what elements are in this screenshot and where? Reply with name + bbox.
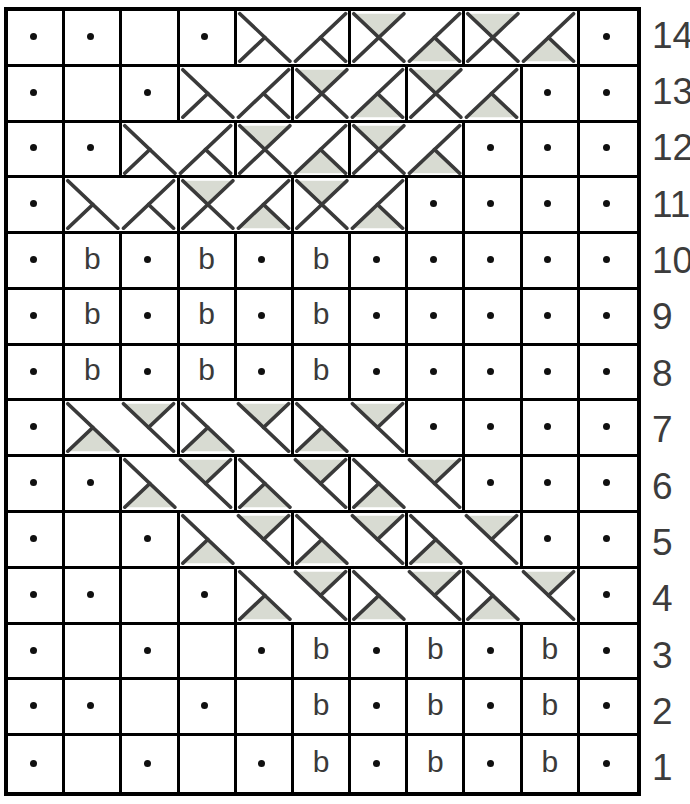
dot-symbol bbox=[180, 680, 237, 736]
dot-icon bbox=[603, 647, 610, 654]
dot-symbol bbox=[408, 401, 465, 457]
dot-icon bbox=[87, 33, 94, 40]
dot-icon bbox=[487, 423, 494, 430]
dot-symbol bbox=[465, 346, 522, 402]
dot-icon bbox=[144, 535, 151, 542]
dot-icon bbox=[30, 479, 37, 486]
dot-icon bbox=[603, 702, 610, 709]
dot-icon bbox=[430, 312, 437, 319]
dot-icon bbox=[30, 33, 37, 40]
cable-cross-symbol-as bbox=[294, 178, 408, 234]
dot-symbol bbox=[580, 234, 637, 290]
dot-symbol bbox=[580, 178, 637, 234]
cable-cross-icon bbox=[65, 401, 176, 454]
b-glyph: b bbox=[313, 690, 330, 720]
cable-cross-icon bbox=[465, 11, 576, 64]
dot-symbol bbox=[65, 680, 122, 736]
dot-icon bbox=[87, 591, 94, 598]
b-symbol: b bbox=[408, 625, 465, 681]
dot-symbol bbox=[8, 123, 65, 179]
dot-icon bbox=[544, 200, 551, 207]
cable-cross-icon bbox=[351, 123, 462, 176]
dot-symbol bbox=[408, 234, 465, 290]
dot-symbol bbox=[8, 67, 65, 123]
b-glyph: b bbox=[313, 244, 330, 274]
empty-cell bbox=[65, 736, 122, 792]
dot-icon bbox=[373, 760, 380, 767]
dot-icon bbox=[144, 760, 151, 767]
cable-cross-symbol-a bbox=[237, 11, 351, 67]
dot-symbol bbox=[351, 625, 408, 681]
dot-symbol bbox=[8, 234, 65, 290]
dot-icon bbox=[487, 479, 494, 486]
dot-icon bbox=[87, 702, 94, 709]
dot-icon bbox=[487, 647, 494, 654]
dot-icon bbox=[144, 368, 151, 375]
dot-icon bbox=[603, 423, 610, 430]
dot-symbol bbox=[580, 346, 637, 402]
dot-symbol bbox=[465, 234, 522, 290]
dot-symbol bbox=[351, 346, 408, 402]
b-symbol: b bbox=[294, 625, 351, 681]
b-glyph: b bbox=[198, 355, 215, 385]
row-number-label: 10 bbox=[652, 232, 690, 288]
dot-symbol bbox=[8, 457, 65, 513]
dot-symbol bbox=[237, 234, 294, 290]
dot-symbol bbox=[523, 123, 580, 179]
dot-symbol bbox=[523, 178, 580, 234]
dot-symbol bbox=[8, 680, 65, 736]
cable-cross-symbol-bs bbox=[351, 457, 465, 513]
dot-icon bbox=[430, 256, 437, 263]
cable-cross-symbol-bs bbox=[65, 401, 179, 457]
dot-icon bbox=[30, 200, 37, 207]
b-symbol: b bbox=[294, 234, 351, 290]
row-number-label: 3 bbox=[652, 627, 690, 683]
dot-symbol bbox=[8, 736, 65, 792]
dot-icon bbox=[487, 200, 494, 207]
dot-symbol bbox=[8, 513, 65, 569]
dot-icon bbox=[544, 256, 551, 263]
b-symbol: b bbox=[180, 290, 237, 346]
b-symbol: b bbox=[180, 234, 237, 290]
row-number-label: 13 bbox=[652, 63, 690, 119]
b-glyph: b bbox=[313, 747, 330, 777]
dot-symbol bbox=[523, 401, 580, 457]
b-symbol: b bbox=[65, 290, 122, 346]
dot-symbol bbox=[8, 569, 65, 625]
row-number-column: 1413121110987654321 bbox=[652, 7, 690, 796]
dot-symbol bbox=[351, 680, 408, 736]
cable-cross-icon bbox=[180, 513, 291, 566]
cable-cross-icon bbox=[122, 457, 233, 510]
dot-symbol bbox=[580, 736, 637, 792]
dot-icon bbox=[430, 200, 437, 207]
b-glyph: b bbox=[427, 690, 444, 720]
cable-cross-icon bbox=[294, 178, 405, 231]
dot-icon bbox=[201, 33, 208, 40]
dot-symbol bbox=[465, 123, 522, 179]
dot-icon bbox=[487, 368, 494, 375]
b-symbol: b bbox=[408, 736, 465, 792]
cable-cross-icon bbox=[351, 569, 462, 622]
dot-icon bbox=[603, 256, 610, 263]
dot-icon bbox=[258, 312, 265, 319]
cable-cross-symbol-a bbox=[122, 123, 236, 179]
dot-symbol bbox=[122, 625, 179, 681]
dot-symbol bbox=[122, 736, 179, 792]
cable-cross-icon bbox=[408, 513, 519, 566]
dot-icon bbox=[30, 368, 37, 375]
dot-icon bbox=[144, 312, 151, 319]
b-symbol: b bbox=[180, 346, 237, 402]
empty-cell bbox=[65, 625, 122, 681]
cable-cross-symbol-as bbox=[408, 67, 522, 123]
dot-symbol bbox=[580, 123, 637, 179]
dot-icon bbox=[603, 479, 610, 486]
b-glyph: b bbox=[198, 244, 215, 274]
dot-icon bbox=[487, 144, 494, 151]
dot-icon bbox=[373, 312, 380, 319]
row-number-label: 1 bbox=[652, 740, 690, 796]
dot-icon bbox=[30, 647, 37, 654]
cable-cross-symbol-bs bbox=[465, 569, 579, 625]
cable-cross-symbol-a bbox=[180, 67, 294, 123]
empty-cell bbox=[180, 736, 237, 792]
cable-cross-icon bbox=[294, 67, 405, 120]
dot-symbol bbox=[237, 290, 294, 346]
dot-symbol bbox=[122, 290, 179, 346]
dot-icon bbox=[373, 702, 380, 709]
b-glyph: b bbox=[313, 299, 330, 329]
cable-cross-symbol-as bbox=[465, 11, 579, 67]
dot-icon bbox=[30, 423, 37, 430]
cable-cross-symbol-as bbox=[180, 178, 294, 234]
dot-icon bbox=[487, 702, 494, 709]
row-number-label: 11 bbox=[652, 176, 690, 232]
dot-symbol bbox=[65, 11, 122, 67]
cable-cross-icon bbox=[351, 457, 462, 510]
empty-cell bbox=[122, 11, 179, 67]
dot-symbol bbox=[523, 346, 580, 402]
b-symbol: b bbox=[523, 625, 580, 681]
b-glyph: b bbox=[427, 634, 444, 664]
dot-icon bbox=[144, 89, 151, 96]
dot-icon bbox=[144, 647, 151, 654]
empty-cell bbox=[122, 680, 179, 736]
cable-cross-symbol-as bbox=[351, 11, 465, 67]
dot-symbol bbox=[237, 736, 294, 792]
dot-symbol bbox=[465, 457, 522, 513]
cable-cross-symbol-bs bbox=[180, 401, 294, 457]
dot-symbol bbox=[523, 234, 580, 290]
row-number-label: 6 bbox=[652, 458, 690, 514]
dot-icon bbox=[544, 535, 551, 542]
dot-icon bbox=[30, 591, 37, 598]
dot-symbol bbox=[465, 680, 522, 736]
empty-cell bbox=[180, 625, 237, 681]
cable-cross-icon bbox=[465, 569, 576, 622]
dot-symbol bbox=[465, 736, 522, 792]
cable-cross-symbol-bs bbox=[237, 457, 351, 513]
dot-symbol bbox=[580, 680, 637, 736]
cable-cross-icon bbox=[237, 11, 348, 64]
dot-symbol bbox=[580, 569, 637, 625]
b-symbol: b bbox=[408, 680, 465, 736]
dot-icon bbox=[487, 760, 494, 767]
dot-icon bbox=[30, 256, 37, 263]
dot-symbol bbox=[351, 234, 408, 290]
dot-symbol bbox=[465, 401, 522, 457]
dot-symbol bbox=[8, 625, 65, 681]
row-number-label: 8 bbox=[652, 345, 690, 401]
cable-cross-symbol-bs bbox=[122, 457, 236, 513]
dot-symbol bbox=[523, 290, 580, 346]
dot-symbol bbox=[8, 290, 65, 346]
cable-cross-symbol-bs bbox=[294, 401, 408, 457]
dot-symbol bbox=[8, 11, 65, 67]
knitting-chart: bbbbbbbbbbbbbbbbbb 1413121110987654321 bbox=[0, 0, 690, 804]
b-symbol: b bbox=[294, 736, 351, 792]
b-glyph: b bbox=[84, 299, 101, 329]
dot-icon bbox=[373, 647, 380, 654]
dot-icon bbox=[544, 312, 551, 319]
b-symbol: b bbox=[294, 346, 351, 402]
dot-symbol bbox=[122, 234, 179, 290]
cable-cross-icon bbox=[237, 123, 348, 176]
b-glyph: b bbox=[313, 634, 330, 664]
dot-symbol bbox=[65, 123, 122, 179]
cable-cross-icon bbox=[122, 123, 233, 176]
row-number-label: 2 bbox=[652, 683, 690, 739]
dot-icon bbox=[603, 89, 610, 96]
dot-symbol bbox=[465, 625, 522, 681]
cable-cross-icon bbox=[65, 178, 176, 231]
dot-icon bbox=[30, 760, 37, 767]
b-glyph: b bbox=[427, 747, 444, 777]
dot-icon bbox=[544, 89, 551, 96]
dot-icon bbox=[487, 312, 494, 319]
b-glyph: b bbox=[84, 244, 101, 274]
dot-symbol bbox=[465, 290, 522, 346]
dot-symbol bbox=[8, 346, 65, 402]
dot-symbol bbox=[351, 290, 408, 346]
dot-icon bbox=[144, 256, 151, 263]
dot-icon bbox=[258, 256, 265, 263]
dot-symbol bbox=[122, 346, 179, 402]
dot-symbol bbox=[351, 736, 408, 792]
cable-cross-symbol-as bbox=[237, 123, 351, 179]
b-symbol: b bbox=[65, 346, 122, 402]
dot-icon bbox=[87, 479, 94, 486]
dot-icon bbox=[603, 312, 610, 319]
dot-icon bbox=[30, 89, 37, 96]
dot-symbol bbox=[523, 457, 580, 513]
dot-icon bbox=[603, 535, 610, 542]
dot-icon bbox=[603, 200, 610, 207]
row-number-label: 14 bbox=[652, 7, 690, 63]
dot-symbol bbox=[408, 346, 465, 402]
dot-icon bbox=[430, 423, 437, 430]
dot-icon bbox=[603, 144, 610, 151]
dot-symbol bbox=[8, 178, 65, 234]
empty-cell bbox=[65, 513, 122, 569]
dot-icon bbox=[258, 760, 265, 767]
b-symbol: b bbox=[65, 234, 122, 290]
dot-icon bbox=[30, 312, 37, 319]
cable-cross-icon bbox=[237, 569, 348, 622]
dot-icon bbox=[603, 33, 610, 40]
dot-symbol bbox=[408, 290, 465, 346]
dot-symbol bbox=[8, 401, 65, 457]
dot-symbol bbox=[122, 513, 179, 569]
cable-cross-icon bbox=[408, 67, 519, 120]
dot-icon bbox=[201, 591, 208, 598]
dot-symbol bbox=[580, 625, 637, 681]
cable-cross-symbol-bs bbox=[180, 513, 294, 569]
dot-symbol bbox=[65, 569, 122, 625]
dot-symbol bbox=[580, 401, 637, 457]
dot-icon bbox=[30, 535, 37, 542]
cable-cross-symbol-as bbox=[351, 123, 465, 179]
dot-icon bbox=[544, 144, 551, 151]
dot-icon bbox=[544, 479, 551, 486]
dot-symbol bbox=[237, 346, 294, 402]
dot-icon bbox=[487, 256, 494, 263]
dot-symbol bbox=[580, 513, 637, 569]
empty-cell bbox=[65, 67, 122, 123]
row-number-label: 9 bbox=[652, 289, 690, 345]
dot-symbol bbox=[523, 67, 580, 123]
dot-icon bbox=[603, 760, 610, 767]
dot-symbol bbox=[465, 178, 522, 234]
dot-icon bbox=[30, 144, 37, 151]
row-number-label: 5 bbox=[652, 514, 690, 570]
cable-cross-icon bbox=[237, 457, 348, 510]
dot-symbol bbox=[408, 178, 465, 234]
dot-symbol bbox=[180, 569, 237, 625]
cable-cross-icon bbox=[180, 401, 291, 454]
cable-cross-symbol-bs bbox=[351, 569, 465, 625]
dot-symbol bbox=[180, 11, 237, 67]
cable-cross-symbol-bs bbox=[237, 569, 351, 625]
b-glyph: b bbox=[541, 634, 558, 664]
dot-symbol bbox=[580, 290, 637, 346]
b-symbol: b bbox=[523, 736, 580, 792]
dot-symbol bbox=[122, 67, 179, 123]
chart-grid: bbbbbbbbbbbbbbbbbb bbox=[4, 7, 641, 796]
row-number-label: 7 bbox=[652, 402, 690, 458]
b-symbol: b bbox=[523, 680, 580, 736]
empty-cell bbox=[122, 569, 179, 625]
dot-symbol bbox=[65, 457, 122, 513]
dot-icon bbox=[373, 256, 380, 263]
b-glyph: b bbox=[541, 690, 558, 720]
empty-cell bbox=[237, 680, 294, 736]
b-glyph: b bbox=[84, 355, 101, 385]
dot-icon bbox=[87, 144, 94, 151]
dot-symbol bbox=[523, 513, 580, 569]
b-glyph: b bbox=[313, 355, 330, 385]
cable-cross-icon bbox=[294, 401, 405, 454]
dot-icon bbox=[603, 368, 610, 375]
cable-cross-symbol-a bbox=[65, 178, 179, 234]
dot-icon bbox=[430, 368, 437, 375]
b-glyph: b bbox=[541, 747, 558, 777]
cable-cross-icon bbox=[294, 513, 405, 566]
cable-cross-symbol-bs bbox=[294, 513, 408, 569]
dot-icon bbox=[544, 423, 551, 430]
cable-cross-icon bbox=[351, 11, 462, 64]
dot-icon bbox=[30, 702, 37, 709]
dot-icon bbox=[201, 702, 208, 709]
cable-cross-icon bbox=[180, 67, 291, 120]
row-number-label: 12 bbox=[652, 120, 690, 176]
dot-symbol bbox=[237, 625, 294, 681]
cable-cross-symbol-as bbox=[294, 67, 408, 123]
b-symbol: b bbox=[294, 680, 351, 736]
dot-icon bbox=[544, 368, 551, 375]
row-number-label: 4 bbox=[652, 571, 690, 627]
dot-icon bbox=[373, 368, 380, 375]
cable-cross-icon bbox=[180, 178, 291, 231]
dot-symbol bbox=[580, 11, 637, 67]
dot-icon bbox=[603, 591, 610, 598]
dot-symbol bbox=[580, 67, 637, 123]
b-glyph: b bbox=[198, 299, 215, 329]
dot-icon bbox=[258, 647, 265, 654]
b-symbol: b bbox=[294, 290, 351, 346]
cable-cross-symbol-bs bbox=[408, 513, 522, 569]
dot-symbol bbox=[580, 457, 637, 513]
dot-icon bbox=[258, 368, 265, 375]
